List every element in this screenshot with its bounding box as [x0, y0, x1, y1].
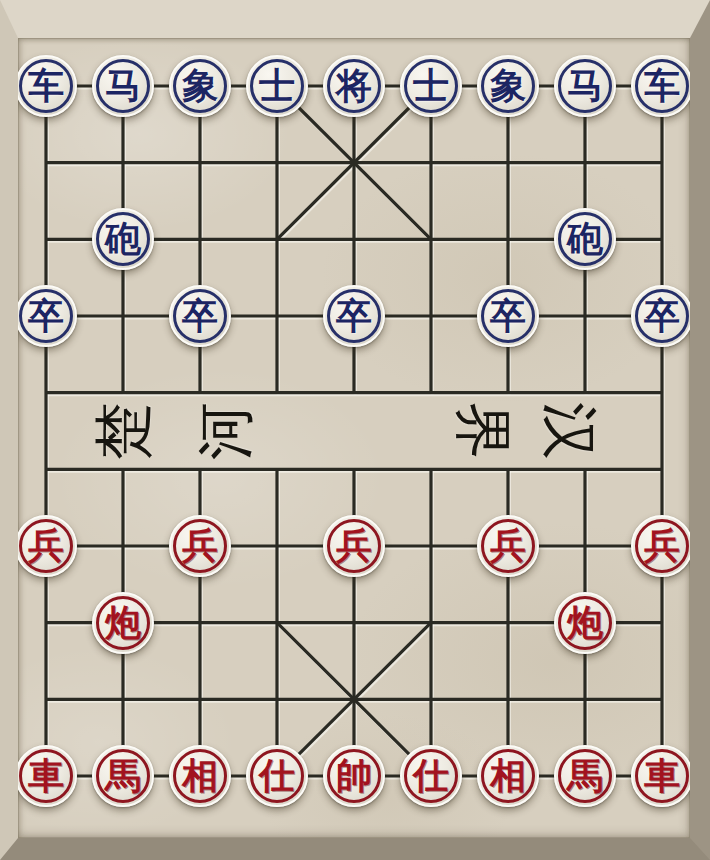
piece-character: 卒 — [182, 297, 218, 333]
piece-red-soldier[interactable]: 兵 — [323, 515, 385, 577]
piece-ring: 象 — [481, 59, 535, 113]
piece-character: 卒 — [490, 297, 526, 333]
piece-red-soldier[interactable]: 兵 — [477, 515, 539, 577]
piece-ring: 兵 — [19, 519, 73, 573]
piece-ring: 帥 — [327, 749, 381, 803]
piece-red-horse[interactable]: 馬 — [554, 745, 616, 807]
piece-character: 卒 — [336, 297, 372, 333]
piece-character: 卒 — [28, 297, 64, 333]
piece-character: 炮 — [567, 604, 603, 640]
piece-character: 兵 — [28, 527, 64, 563]
piece-ring: 兵 — [481, 519, 535, 573]
piece-ring: 卒 — [481, 289, 535, 343]
piece-ring: 马 — [96, 59, 150, 113]
piece-ring: 卒 — [19, 289, 73, 343]
piece-black-soldier[interactable]: 卒 — [323, 285, 385, 347]
piece-character: 相 — [490, 757, 526, 793]
piece-red-general[interactable]: 帥 — [323, 745, 385, 807]
piece-character: 马 — [105, 67, 141, 103]
piece-ring: 象 — [173, 59, 227, 113]
piece-black-cannon[interactable]: 砲 — [92, 208, 154, 270]
piece-ring: 兵 — [173, 519, 227, 573]
board-grid — [18, 38, 690, 838]
piece-red-cannon[interactable]: 炮 — [554, 592, 616, 654]
piece-character: 炮 — [105, 604, 141, 640]
piece-character: 卒 — [644, 297, 680, 333]
piece-red-chariot[interactable]: 車 — [631, 745, 690, 807]
piece-character: 兵 — [490, 527, 526, 563]
piece-red-elephant[interactable]: 相 — [477, 745, 539, 807]
piece-red-chariot[interactable]: 車 — [18, 745, 77, 807]
piece-ring: 马 — [558, 59, 612, 113]
piece-character: 车 — [28, 67, 64, 103]
piece-character: 车 — [644, 67, 680, 103]
piece-character: 帥 — [336, 757, 372, 793]
piece-character: 仕 — [259, 757, 295, 793]
piece-ring: 炮 — [558, 596, 612, 650]
piece-black-cannon[interactable]: 砲 — [554, 208, 616, 270]
piece-character: 马 — [567, 67, 603, 103]
piece-ring: 仕 — [250, 749, 304, 803]
piece-black-chariot[interactable]: 车 — [18, 55, 77, 117]
piece-black-general[interactable]: 将 — [323, 55, 385, 117]
piece-ring: 兵 — [635, 519, 689, 573]
piece-black-soldier[interactable]: 卒 — [169, 285, 231, 347]
piece-character: 砲 — [105, 220, 141, 256]
piece-character: 士 — [259, 67, 295, 103]
piece-character: 象 — [490, 67, 526, 103]
piece-ring: 将 — [327, 59, 381, 113]
piece-black-elephant[interactable]: 象 — [477, 55, 539, 117]
piece-ring: 士 — [250, 59, 304, 113]
piece-ring: 士 — [404, 59, 458, 113]
piece-ring: 卒 — [327, 289, 381, 343]
piece-black-advisor[interactable]: 士 — [246, 55, 308, 117]
piece-character: 象 — [182, 67, 218, 103]
piece-ring: 馬 — [96, 749, 150, 803]
piece-black-soldier[interactable]: 卒 — [477, 285, 539, 347]
piece-character: 車 — [28, 757, 64, 793]
piece-black-soldier[interactable]: 卒 — [631, 285, 690, 347]
piece-ring: 卒 — [173, 289, 227, 343]
piece-red-cannon[interactable]: 炮 — [92, 592, 154, 654]
piece-character: 砲 — [567, 220, 603, 256]
piece-red-soldier[interactable]: 兵 — [631, 515, 690, 577]
piece-ring: 砲 — [558, 212, 612, 266]
piece-black-soldier[interactable]: 卒 — [18, 285, 77, 347]
piece-ring: 砲 — [96, 212, 150, 266]
piece-character: 士 — [413, 67, 449, 103]
piece-character: 将 — [336, 67, 372, 103]
xiangqi-app: 楚 河 界 汉 车马象士将士象马车砲砲卒卒卒卒卒兵兵兵兵兵炮炮車馬相仕帥仕相馬車 — [0, 0, 710, 860]
piece-character: 車 — [644, 757, 680, 793]
piece-character: 仕 — [413, 757, 449, 793]
piece-ring: 兵 — [327, 519, 381, 573]
piece-black-horse[interactable]: 马 — [554, 55, 616, 117]
board-surface[interactable]: 楚 河 界 汉 车马象士将士象马车砲砲卒卒卒卒卒兵兵兵兵兵炮炮車馬相仕帥仕相馬車 — [18, 38, 690, 838]
piece-red-elephant[interactable]: 相 — [169, 745, 231, 807]
piece-ring: 卒 — [635, 289, 689, 343]
piece-character: 兵 — [182, 527, 218, 563]
piece-character: 相 — [182, 757, 218, 793]
piece-character: 馬 — [105, 757, 141, 793]
piece-black-horse[interactable]: 马 — [92, 55, 154, 117]
piece-black-chariot[interactable]: 车 — [631, 55, 690, 117]
piece-ring: 车 — [635, 59, 689, 113]
piece-ring: 相 — [173, 749, 227, 803]
piece-character: 馬 — [567, 757, 603, 793]
piece-character: 兵 — [336, 527, 372, 563]
piece-red-advisor[interactable]: 仕 — [246, 745, 308, 807]
piece-red-advisor[interactable]: 仕 — [400, 745, 462, 807]
piece-ring: 車 — [19, 749, 73, 803]
piece-black-elephant[interactable]: 象 — [169, 55, 231, 117]
piece-ring: 車 — [635, 749, 689, 803]
piece-ring: 仕 — [404, 749, 458, 803]
piece-ring: 车 — [19, 59, 73, 113]
piece-ring: 馬 — [558, 749, 612, 803]
piece-black-advisor[interactable]: 士 — [400, 55, 462, 117]
piece-ring: 相 — [481, 749, 535, 803]
piece-red-soldier[interactable]: 兵 — [18, 515, 77, 577]
piece-red-soldier[interactable]: 兵 — [169, 515, 231, 577]
piece-character: 兵 — [644, 527, 680, 563]
piece-ring: 炮 — [96, 596, 150, 650]
piece-red-horse[interactable]: 馬 — [92, 745, 154, 807]
